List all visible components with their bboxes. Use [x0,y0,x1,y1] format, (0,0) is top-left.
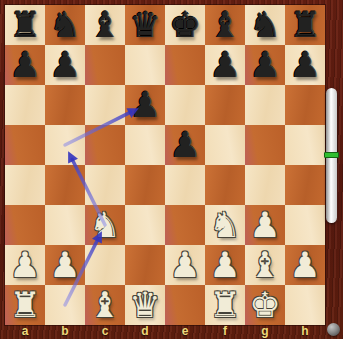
file-label-e: e [165,324,205,339]
piece-white-pawn[interactable]: ♟ [245,205,285,245]
piece-black-pawn[interactable]: ♟ [125,85,165,125]
file-labels: abcdefgh [5,324,325,339]
piece-white-pawn[interactable]: ♟ [165,245,205,285]
square-e5[interactable]: ♟ [165,125,205,165]
square-h5[interactable] [285,125,325,165]
piece-black-king[interactable]: ♚ [165,5,205,45]
square-a6[interactable] [5,85,45,125]
square-f3[interactable]: ♞ [205,205,245,245]
square-d6[interactable]: ♟ [125,85,165,125]
square-d3[interactable] [125,205,165,245]
square-g3[interactable]: ♟ [245,205,285,245]
square-g6[interactable] [245,85,285,125]
file-label-a: a [5,324,45,339]
square-f6[interactable] [205,85,245,125]
square-a8[interactable]: ♜ [5,5,45,45]
square-g8[interactable]: ♞ [245,5,285,45]
square-g5[interactable] [245,125,285,165]
square-a2[interactable]: ♟ [5,245,45,285]
square-c8[interactable]: ♝ [85,5,125,45]
piece-white-rook[interactable]: ♜ [205,285,245,325]
square-h7[interactable]: ♟ [285,45,325,85]
piece-black-queen[interactable]: ♛ [125,5,165,45]
square-b4[interactable] [45,165,85,205]
square-g7[interactable]: ♟ [245,45,285,85]
square-d8[interactable]: ♛ [125,5,165,45]
piece-black-knight[interactable]: ♞ [45,5,85,45]
file-label-d: d [125,324,165,339]
square-b6[interactable] [45,85,85,125]
piece-black-knight[interactable]: ♞ [245,5,285,45]
square-f4[interactable] [205,165,245,205]
square-g4[interactable] [245,165,285,205]
piece-white-pawn[interactable]: ♟ [205,245,245,285]
square-e3[interactable] [165,205,205,245]
piece-black-bishop[interactable]: ♝ [85,5,125,45]
square-f8[interactable]: ♝ [205,5,245,45]
square-e7[interactable] [165,45,205,85]
square-h1[interactable] [285,285,325,325]
piece-black-rook[interactable]: ♜ [5,5,45,45]
piece-black-pawn[interactable]: ♟ [165,125,205,165]
piece-white-pawn[interactable]: ♟ [285,245,325,285]
piece-white-knight[interactable]: ♞ [85,205,125,245]
piece-white-bishop[interactable]: ♝ [85,285,125,325]
square-d4[interactable] [125,165,165,205]
square-f2[interactable]: ♟ [205,245,245,285]
corner-knob-icon [327,323,340,336]
eval-slider-marker [324,152,339,158]
square-d1[interactable]: ♛ [125,285,165,325]
square-d7[interactable] [125,45,165,85]
file-label-c: c [85,324,125,339]
square-a4[interactable] [5,165,45,205]
file-label-g: g [245,324,285,339]
chess-app-window: ♜♞♝♛♚♝♞♜♟♟♟♟♟♟♟♞♞♟♟♟♟♟♝♟♜♝♛♜♚ abcdefgh [0,0,343,339]
piece-black-pawn[interactable]: ♟ [205,45,245,85]
piece-black-pawn[interactable]: ♟ [5,45,45,85]
square-h2[interactable]: ♟ [285,245,325,285]
piece-white-bishop[interactable]: ♝ [245,245,285,285]
square-g1[interactable]: ♚ [245,285,285,325]
square-b5[interactable] [45,125,85,165]
file-label-f: f [205,324,245,339]
square-f7[interactable]: ♟ [205,45,245,85]
piece-black-pawn[interactable]: ♟ [285,45,325,85]
board: ♜♞♝♛♚♝♞♜♟♟♟♟♟♟♟♞♞♟♟♟♟♟♝♟♜♝♛♜♚ [5,5,325,325]
square-e2[interactable]: ♟ [165,245,205,285]
square-c4[interactable] [85,165,125,205]
square-e6[interactable] [165,85,205,125]
square-h4[interactable] [285,165,325,205]
square-c5[interactable] [85,125,125,165]
piece-black-rook[interactable]: ♜ [285,5,325,45]
square-b7[interactable]: ♟ [45,45,85,85]
square-b8[interactable]: ♞ [45,5,85,45]
square-h6[interactable] [285,85,325,125]
square-c7[interactable] [85,45,125,85]
piece-black-pawn[interactable]: ♟ [45,45,85,85]
square-d5[interactable] [125,125,165,165]
file-label-b: b [45,324,85,339]
square-h8[interactable]: ♜ [285,5,325,45]
square-h3[interactable] [285,205,325,245]
square-c2[interactable] [85,245,125,285]
square-a5[interactable] [5,125,45,165]
square-b1[interactable] [45,285,85,325]
piece-white-pawn[interactable]: ♟ [45,245,85,285]
square-b3[interactable] [45,205,85,245]
square-f1[interactable]: ♜ [205,285,245,325]
piece-white-rook[interactable]: ♜ [5,285,45,325]
piece-white-king[interactable]: ♚ [245,285,285,325]
square-e1[interactable] [165,285,205,325]
piece-white-knight[interactable]: ♞ [205,205,245,245]
square-e4[interactable] [165,165,205,205]
file-label-h: h [285,324,325,339]
square-a1[interactable]: ♜ [5,285,45,325]
square-d2[interactable] [125,245,165,285]
piece-white-pawn[interactable]: ♟ [5,245,45,285]
square-a7[interactable]: ♟ [5,45,45,85]
piece-white-queen[interactable]: ♛ [125,285,165,325]
square-b2[interactable]: ♟ [45,245,85,285]
square-c6[interactable] [85,85,125,125]
square-c3[interactable]: ♞ [85,205,125,245]
square-g2[interactable]: ♝ [245,245,285,285]
square-c1[interactable]: ♝ [85,285,125,325]
square-a3[interactable] [5,205,45,245]
square-f5[interactable] [205,125,245,165]
piece-black-pawn[interactable]: ♟ [245,45,285,85]
piece-black-bishop[interactable]: ♝ [205,5,245,45]
square-e8[interactable]: ♚ [165,5,205,45]
